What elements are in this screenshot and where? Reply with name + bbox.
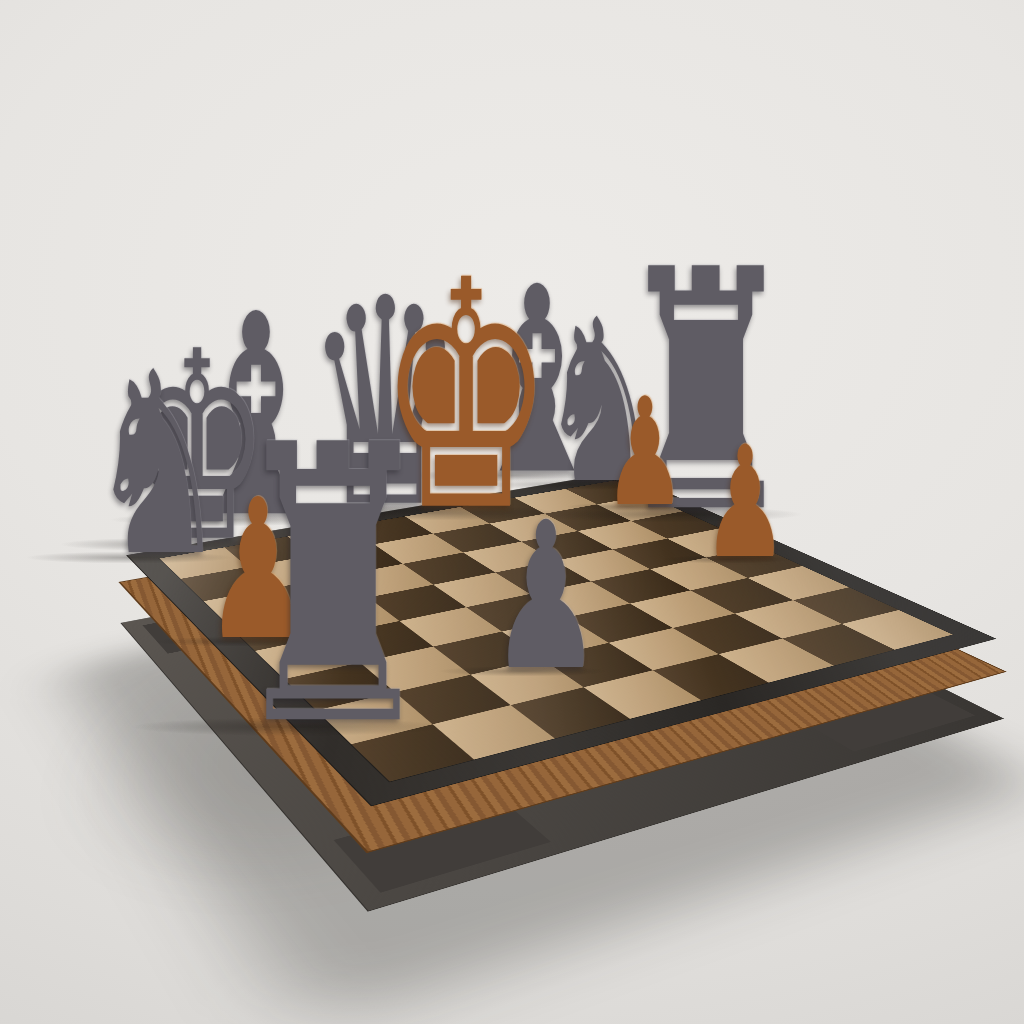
piece-pewter-rook-c3[interactable]: ♜: [162, 438, 504, 736]
wood-pawn-glyph: ♟: [702, 443, 788, 563]
pewter-rook-glyph: ♜: [227, 438, 439, 736]
pewter-pawn-glyph: ♟: [490, 518, 603, 676]
pieces-layer: ♝♞♛♚♜♟♝♚♞♟♟♟♜: [0, 0, 1024, 1024]
wood-pawn-glyph: ♟: [604, 395, 687, 511]
piece-wood-pawn-h6[interactable]: ♟: [676, 443, 814, 563]
photo-scene: ♝♞♛♚♜♟♝♚♞♟♟♟♜: [0, 0, 1024, 1024]
